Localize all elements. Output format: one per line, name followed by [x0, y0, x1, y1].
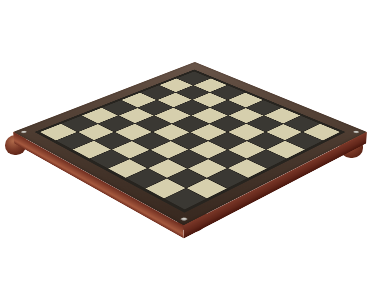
board-square — [90, 149, 128, 167]
board-square — [73, 140, 110, 157]
board-inner-border — [34, 69, 345, 212]
checkerboard-grid — [40, 71, 340, 209]
board-square — [286, 132, 323, 149]
product-photo — [0, 0, 380, 285]
chess-board — [13, 62, 367, 225]
board-square — [228, 140, 265, 157]
board-square — [209, 149, 247, 167]
board-square — [145, 178, 185, 198]
board-square — [151, 140, 188, 157]
board-square — [108, 159, 147, 178]
board-square — [209, 132, 246, 149]
board-square — [228, 159, 267, 178]
board-square — [56, 132, 93, 149]
board-square — [190, 140, 227, 157]
board-square — [148, 159, 187, 178]
board-square — [208, 168, 247, 187]
board-square — [95, 132, 132, 149]
board-square — [188, 159, 227, 178]
board-square — [267, 140, 304, 157]
board-square — [247, 132, 284, 149]
board-square — [248, 149, 286, 167]
board-square — [171, 132, 208, 149]
board-square — [165, 188, 206, 209]
corner-screw-right — [353, 130, 360, 133]
board-square — [112, 140, 149, 157]
board-square — [167, 168, 206, 187]
board-square — [133, 132, 170, 149]
board-scene — [0, 0, 380, 285]
corner-screw-left — [20, 130, 27, 133]
board-square — [187, 178, 227, 198]
board-square — [130, 149, 168, 167]
board-top-surface — [13, 62, 367, 225]
board-square — [169, 149, 207, 167]
corner-screw-front — [180, 216, 188, 220]
board-square — [126, 168, 165, 187]
